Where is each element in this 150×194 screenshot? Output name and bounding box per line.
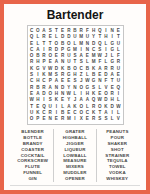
word-search-page: Bartender COASTERBRFHQINEQLRELDDUMUYTHIT… bbox=[0, 0, 150, 194]
footer-divider bbox=[10, 185, 140, 186]
grid-cell: V bbox=[115, 116, 121, 122]
word-column: BLENDERBOTTLEBRANDYCOASTERCOCKTAILCORKSC… bbox=[12, 129, 53, 181]
word-column: GRATERHIGHBALLJIGGERLIQUEURLOWBALLMEASUR… bbox=[53, 129, 95, 181]
word-column: PEANUTSPOURSHAKERSHOTSTRAINERTEQUILATOWE… bbox=[96, 129, 138, 181]
letter-grid: COASTERBRFHQINEQLRELDDUMUYTHITELTTOBOLMN… bbox=[27, 25, 124, 125]
word-item: WHISKEY bbox=[98, 176, 137, 182]
word-item: GIN bbox=[13, 176, 52, 182]
puzzle-title: Bartender bbox=[4, 8, 146, 22]
word-list: BLENDERBOTTLEBRANDYCOASTERCOCKTAILCORKSC… bbox=[12, 129, 138, 181]
word-item: OPENER bbox=[55, 176, 94, 182]
